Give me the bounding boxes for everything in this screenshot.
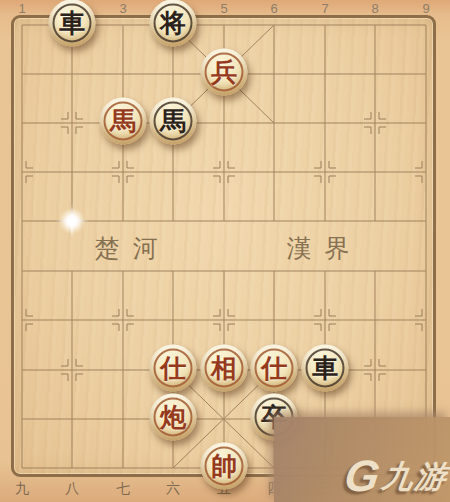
top-file-label: 3	[119, 1, 126, 16]
red-cannon[interactable]: 炮	[150, 394, 197, 441]
top-file-label: 5	[220, 1, 227, 16]
piece-character: 車	[312, 355, 338, 381]
watermark-overlay: G 九游	[274, 417, 450, 502]
highlight-dot	[59, 208, 85, 234]
red-soldier[interactable]: 兵	[201, 49, 248, 96]
top-file-label: 1	[18, 1, 25, 16]
river-label-right: 漢界	[274, 232, 363, 265]
top-file-label: 8	[371, 1, 378, 16]
red-general[interactable]: 帥	[201, 443, 248, 490]
piece-character: 馬	[160, 108, 186, 134]
jiuyou-logo: G 九游	[342, 454, 450, 498]
piece-character: 兵	[211, 59, 237, 85]
piece-character: 車	[59, 10, 85, 36]
black-chariot[interactable]: 車	[49, 0, 96, 47]
piece-character: 仕	[261, 355, 287, 381]
bottom-file-label: 七	[116, 480, 130, 498]
bottom-file-label: 九	[15, 480, 29, 498]
bottom-file-label: 六	[166, 480, 180, 498]
red-elephant[interactable]: 相	[201, 345, 248, 392]
red-horse[interactable]: 馬	[100, 98, 147, 145]
bottom-file-label: 八	[65, 480, 79, 498]
piece-character: 将	[160, 10, 186, 36]
piece-character: 相	[211, 355, 237, 381]
piece-character: 馬	[110, 108, 136, 134]
piece-character: 炮	[160, 404, 186, 430]
black-horse[interactable]: 馬	[150, 98, 197, 145]
black-general[interactable]: 将	[150, 0, 197, 47]
jiuyou-logo-mark-icon: G	[342, 454, 382, 498]
black-chariot[interactable]: 車	[302, 345, 349, 392]
top-file-label: 9	[422, 1, 429, 16]
piece-character: 帥	[211, 453, 237, 479]
river-label-left: 楚河	[82, 232, 171, 265]
piece-character: 仕	[160, 355, 186, 381]
red-advisor[interactable]: 仕	[251, 345, 298, 392]
red-advisor[interactable]: 仕	[150, 345, 197, 392]
jiuyou-logo-text: 九游	[380, 461, 450, 492]
top-file-label: 6	[270, 1, 277, 16]
top-file-label: 7	[321, 1, 328, 16]
xiangqi-screenshot: 123456789九八七六五四三二一 楚河 漢界 車将兵馬馬仕相仕車炮卒帥 G …	[0, 0, 450, 502]
